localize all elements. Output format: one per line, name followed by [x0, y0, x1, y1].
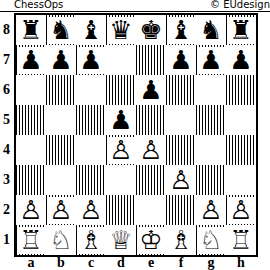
square-d7[interactable] — [106, 45, 136, 75]
rank-labels: 8 7 6 5 4 3 2 1 — [0, 15, 13, 255]
black-rook-icon: ♜ — [18, 17, 44, 44]
rank-label-8: 8 — [0, 15, 13, 45]
square-e6[interactable]: ♟ — [136, 75, 166, 105]
black-pawn-icon: ♟ — [78, 47, 104, 74]
white-pawn-icon: ♙ — [168, 167, 194, 194]
square-g2[interactable]: ♙ — [196, 195, 226, 225]
white-rook-icon: ♖ — [18, 227, 44, 254]
file-label-h: h — [226, 256, 256, 270]
square-g6[interactable] — [196, 75, 226, 105]
square-f1[interactable]: ♗ — [166, 225, 196, 255]
file-label-a: a — [16, 256, 46, 270]
square-b1[interactable]: ♘ — [46, 225, 76, 255]
square-c2[interactable]: ♙ — [76, 195, 106, 225]
white-pawn-icon: ♙ — [18, 197, 44, 224]
white-pawn-icon: ♙ — [108, 137, 134, 164]
black-knight-icon: ♞ — [48, 17, 74, 44]
square-h7[interactable]: ♟ — [226, 45, 256, 75]
square-e2[interactable] — [136, 195, 166, 225]
square-d6[interactable] — [106, 75, 136, 105]
square-f2[interactable] — [166, 195, 196, 225]
white-king-icon: ♔ — [138, 227, 164, 254]
square-d1[interactable]: ♕ — [106, 225, 136, 255]
black-pawn-icon: ♟ — [138, 77, 164, 104]
square-g1[interactable]: ♘ — [196, 225, 226, 255]
white-pawn-icon: ♙ — [48, 197, 74, 224]
square-a5[interactable] — [16, 105, 46, 135]
square-d5[interactable]: ♟ — [106, 105, 136, 135]
square-d2[interactable] — [106, 195, 136, 225]
black-knight-icon: ♞ — [198, 17, 224, 44]
black-bishop-icon: ♝ — [168, 17, 194, 44]
black-pawn-icon: ♟ — [168, 47, 194, 74]
square-d8[interactable]: ♛ — [106, 15, 136, 45]
black-pawn-icon: ♟ — [18, 47, 44, 74]
copyright-credit: © EUdesign — [210, 0, 270, 10]
rank-label-4: 4 — [0, 135, 13, 165]
rank-label-2: 2 — [0, 195, 13, 225]
square-a4[interactable] — [16, 135, 46, 165]
square-a1[interactable]: ♖ — [16, 225, 46, 255]
square-b8[interactable]: ♞ — [46, 15, 76, 45]
file-label-f: f — [166, 256, 196, 270]
white-knight-icon: ♘ — [48, 227, 74, 254]
square-g8[interactable]: ♞ — [196, 15, 226, 45]
black-queen-icon: ♛ — [108, 17, 134, 44]
square-h4[interactable] — [226, 135, 256, 165]
chess-board: ♜♞♝♛♚♝♞♜♟♟♟♟♟♟♟♟♙♙♙♙♙♙♙♙♖♘♗♕♔♗♘♖ — [14, 13, 258, 257]
square-f8[interactable]: ♝ — [166, 15, 196, 45]
black-king-icon: ♚ — [138, 17, 164, 44]
square-h3[interactable] — [226, 165, 256, 195]
white-bishop-icon: ♗ — [168, 227, 194, 254]
white-pawn-icon: ♙ — [138, 137, 164, 164]
square-c3[interactable] — [76, 165, 106, 195]
square-f5[interactable] — [166, 105, 196, 135]
white-queen-icon: ♕ — [108, 227, 134, 254]
black-rook-icon: ♜ — [228, 17, 254, 44]
rank-label-3: 3 — [0, 165, 13, 195]
white-pawn-icon: ♙ — [198, 197, 224, 224]
rank-label-6: 6 — [0, 75, 13, 105]
square-f7[interactable]: ♟ — [166, 45, 196, 75]
rank-label-5: 5 — [0, 105, 13, 135]
square-e4[interactable]: ♙ — [136, 135, 166, 165]
white-pawn-icon: ♙ — [228, 197, 254, 224]
square-h6[interactable] — [226, 75, 256, 105]
black-bishop-icon: ♝ — [78, 17, 104, 44]
app-title: ChessOps — [14, 0, 63, 10]
square-b6[interactable] — [46, 75, 76, 105]
square-e8[interactable]: ♚ — [136, 15, 166, 45]
square-a7[interactable]: ♟ — [16, 45, 46, 75]
white-rook-icon: ♖ — [228, 227, 254, 254]
square-g4[interactable] — [196, 135, 226, 165]
black-pawn-icon: ♟ — [48, 47, 74, 74]
header-bar: ChessOps © EUdesign — [0, 0, 270, 12]
white-bishop-icon: ♗ — [78, 227, 104, 254]
square-h8[interactable]: ♜ — [226, 15, 256, 45]
square-c1[interactable]: ♗ — [76, 225, 106, 255]
square-b5[interactable] — [46, 105, 76, 135]
square-h1[interactable]: ♖ — [226, 225, 256, 255]
square-e3[interactable] — [136, 165, 166, 195]
square-e1[interactable]: ♔ — [136, 225, 166, 255]
square-f3[interactable]: ♙ — [166, 165, 196, 195]
square-a6[interactable] — [16, 75, 46, 105]
square-c4[interactable] — [76, 135, 106, 165]
file-label-d: d — [106, 256, 136, 270]
square-b2[interactable]: ♙ — [46, 195, 76, 225]
square-h2[interactable]: ♙ — [226, 195, 256, 225]
file-labels: a b c d e f g h — [16, 256, 256, 270]
black-pawn-icon: ♟ — [198, 47, 224, 74]
square-e5[interactable] — [136, 105, 166, 135]
file-label-c: c — [76, 256, 106, 270]
white-pawn-icon: ♙ — [78, 197, 104, 224]
black-pawn-icon: ♟ — [228, 47, 254, 74]
square-g5[interactable] — [196, 105, 226, 135]
square-c5[interactable] — [76, 105, 106, 135]
square-g7[interactable]: ♟ — [196, 45, 226, 75]
rank-label-7: 7 — [0, 45, 13, 75]
white-knight-icon: ♘ — [198, 227, 224, 254]
file-label-b: b — [46, 256, 76, 270]
square-c8[interactable]: ♝ — [76, 15, 106, 45]
file-label-e: e — [136, 256, 166, 270]
square-a8[interactable]: ♜ — [16, 15, 46, 45]
square-d4[interactable]: ♙ — [106, 135, 136, 165]
square-e7[interactable] — [136, 45, 166, 75]
square-a3[interactable] — [16, 165, 46, 195]
black-pawn-icon: ♟ — [108, 107, 134, 134]
square-b7[interactable]: ♟ — [46, 45, 76, 75]
square-g3[interactable] — [196, 165, 226, 195]
square-f6[interactable] — [166, 75, 196, 105]
square-a2[interactable]: ♙ — [16, 195, 46, 225]
square-c7[interactable]: ♟ — [76, 45, 106, 75]
rank-label-1: 1 — [0, 225, 13, 255]
square-d3[interactable] — [106, 165, 136, 195]
square-b4[interactable] — [46, 135, 76, 165]
square-h5[interactable] — [226, 105, 256, 135]
square-f4[interactable] — [166, 135, 196, 165]
file-label-g: g — [196, 256, 226, 270]
square-b3[interactable] — [46, 165, 76, 195]
square-c6[interactable] — [76, 75, 106, 105]
